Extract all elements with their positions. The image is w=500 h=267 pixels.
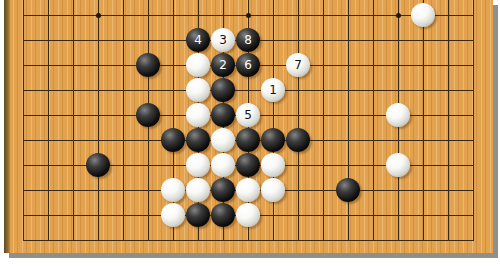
- stone-white: [261, 153, 285, 177]
- go-board-diagram: 43826715: [0, 0, 500, 267]
- grid-vertical-line: [98, 0, 99, 241]
- stone-black-move-6: 6: [236, 53, 260, 77]
- stone-white: [186, 78, 210, 102]
- stone-black-move-8: 8: [236, 28, 260, 52]
- stone-black: [211, 78, 235, 102]
- stone-black: [211, 203, 235, 227]
- grid-vertical-line: [73, 0, 74, 241]
- stone-black: [236, 128, 260, 152]
- stone-white: [236, 178, 260, 202]
- stone-white-move-1: 1: [261, 78, 285, 102]
- go-board[interactable]: 43826715: [4, 0, 493, 253]
- board-left-edge: [4, 0, 10, 253]
- grid-vertical-line: [123, 0, 124, 241]
- stone-black: [186, 128, 210, 152]
- stone-black: [211, 103, 235, 127]
- move-number-label: 8: [244, 34, 252, 46]
- stone-black: [86, 153, 110, 177]
- grid-vertical-line: [348, 0, 349, 241]
- stone-black: [236, 153, 260, 177]
- grid-vertical-line: [473, 0, 474, 241]
- stone-white: [261, 178, 285, 202]
- star-point: [96, 13, 101, 18]
- stone-black-move-2: 2: [211, 53, 235, 77]
- stone-white-move-7: 7: [286, 53, 310, 77]
- stone-white: [211, 153, 235, 177]
- grid-vertical-line: [448, 0, 449, 241]
- move-number-label: 1: [269, 84, 277, 96]
- stone-white: [386, 103, 410, 127]
- move-number-label: 7: [294, 59, 302, 71]
- grid-vertical-line: [273, 0, 274, 241]
- grid-horizontal-line: [23, 90, 474, 91]
- grid-vertical-line: [48, 0, 49, 241]
- grid-vertical-line: [323, 0, 324, 241]
- stone-black: [161, 128, 185, 152]
- stone-white: [186, 178, 210, 202]
- stone-black: [336, 178, 360, 202]
- grid-vertical-line: [423, 0, 424, 241]
- stone-black: [211, 178, 235, 202]
- move-number-label: 6: [244, 59, 252, 71]
- stone-white: [186, 53, 210, 77]
- grid-vertical-line: [23, 0, 24, 241]
- move-number-label: 2: [219, 59, 227, 71]
- stone-black: [286, 128, 310, 152]
- grid-vertical-line: [373, 0, 374, 241]
- stone-white: [186, 103, 210, 127]
- stone-white: [161, 178, 185, 202]
- stone-white: [161, 203, 185, 227]
- move-number-label: 3: [219, 34, 227, 46]
- stone-black: [186, 203, 210, 227]
- stone-black: [136, 53, 160, 77]
- move-number-label: 5: [244, 109, 252, 121]
- stone-white: [411, 3, 435, 27]
- stone-white-move-5: 5: [236, 103, 260, 127]
- move-number-label: 4: [194, 34, 202, 46]
- stone-black-move-4: 4: [186, 28, 210, 52]
- stone-white: [236, 203, 260, 227]
- star-point: [396, 13, 401, 18]
- stone-white-move-3: 3: [211, 28, 235, 52]
- stone-white: [186, 153, 210, 177]
- stone-white: [211, 128, 235, 152]
- stone-white: [386, 153, 410, 177]
- stone-black: [136, 103, 160, 127]
- grid-vertical-line: [298, 0, 299, 241]
- stone-black: [261, 128, 285, 152]
- star-point: [246, 13, 251, 18]
- grid-horizontal-line: [23, 240, 474, 241]
